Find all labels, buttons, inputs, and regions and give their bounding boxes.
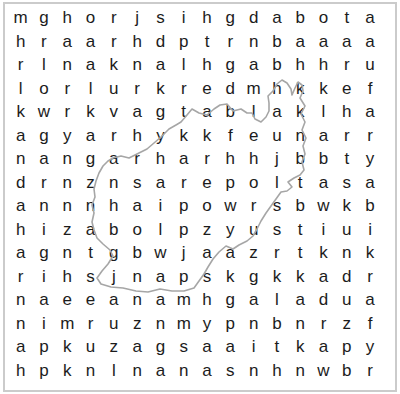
grid-cell[interactable]: g [102, 241, 125, 265]
grid-cell[interactable]: l [149, 218, 172, 242]
grid-cell[interactable]: k [56, 335, 79, 359]
grid-cell[interactable]: a [9, 335, 32, 359]
grid-cell[interactable]: r [358, 265, 381, 289]
grid-cell[interactable]: r [102, 124, 125, 148]
grid-cell[interactable]: d [242, 6, 265, 30]
grid-cell[interactable]: l [102, 359, 125, 383]
grid-cell[interactable]: r [56, 77, 79, 101]
grid-cell[interactable]: r [102, 30, 125, 54]
grid-cell[interactable]: a [289, 288, 312, 312]
grid-cell[interactable]: y [358, 335, 381, 359]
grid-cell[interactable]: p [32, 335, 55, 359]
grid-cell[interactable]: s [265, 194, 288, 218]
grid-cell[interactable]: e [195, 77, 218, 101]
grid-cell[interactable]: r [102, 6, 125, 30]
grid-cell[interactable]: z [79, 171, 102, 195]
grid-cell[interactable]: p [219, 171, 242, 195]
grid-cell[interactable]: b [102, 218, 125, 242]
grid-cell[interactable]: n [289, 312, 312, 336]
grid-cell[interactable]: s [265, 218, 288, 242]
grid-cell[interactable]: n [9, 288, 32, 312]
grid-cell[interactable]: a [125, 100, 148, 124]
grid-cell[interactable]: p [172, 218, 195, 242]
grid-cell[interactable]: e [79, 288, 102, 312]
grid-cell[interactable]: h [195, 288, 218, 312]
grid-cell[interactable]: p [335, 335, 358, 359]
grid-cell[interactable]: a [79, 30, 102, 54]
grid-cell[interactable]: r [32, 30, 55, 54]
grid-cell[interactable]: d [149, 30, 172, 54]
grid-cell[interactable]: a [9, 241, 32, 265]
grid-cell[interactable]: i [242, 335, 265, 359]
grid-cell[interactable]: i [312, 218, 335, 242]
grid-cell[interactable]: e [56, 288, 79, 312]
grid-cell[interactable]: k [289, 100, 312, 124]
grid-cell[interactable]: u [335, 288, 358, 312]
grid-cell[interactable]: a [149, 53, 172, 77]
grid-cell[interactable]: w [32, 100, 55, 124]
grid-cell[interactable]: l [79, 77, 102, 101]
grid-cell[interactable]: h [149, 147, 172, 171]
grid-cell[interactable]: l [265, 171, 288, 195]
grid-cell[interactable]: s [335, 171, 358, 195]
grid-cell[interactable]: a [312, 265, 335, 289]
grid-cell[interactable]: n [125, 265, 148, 289]
grid-cell[interactable]: a [358, 100, 381, 124]
grid-cell[interactable]: n [56, 194, 79, 218]
grid-cell[interactable]: n [125, 359, 148, 383]
grid-cell[interactable]: h [125, 30, 148, 54]
grid-cell[interactable]: k [79, 100, 102, 124]
grid-cell[interactable]: y [56, 124, 79, 148]
grid-cell[interactable]: b [219, 100, 242, 124]
grid-cell[interactable]: a [358, 30, 381, 54]
grid-cell[interactable]: r [265, 241, 288, 265]
grid-cell[interactable]: o [79, 6, 102, 30]
grid-cell[interactable]: j [265, 147, 288, 171]
grid-cell[interactable]: n [56, 241, 79, 265]
grid-cell[interactable]: u [102, 312, 125, 336]
grid-cell[interactable]: r [335, 53, 358, 77]
grid-cell[interactable]: t [335, 6, 358, 30]
grid-cell[interactable]: h [102, 194, 125, 218]
grid-cell[interactable]: u [358, 53, 381, 77]
grid-cell[interactable]: o [32, 77, 55, 101]
grid-cell[interactable]: i [32, 218, 55, 242]
grid-cell[interactable]: w [312, 359, 335, 383]
grid-cell[interactable]: a [195, 241, 218, 265]
grid-cell[interactable]: p [172, 265, 195, 289]
grid-cell[interactable]: h [9, 30, 32, 54]
grid-cell[interactable]: f [358, 312, 381, 336]
grid-cell[interactable]: a [335, 30, 358, 54]
grid-cell[interactable]: b [265, 312, 288, 336]
grid-cell[interactable]: a [195, 100, 218, 124]
grid-cell[interactable]: k [312, 241, 335, 265]
grid-cell[interactable]: s [195, 265, 218, 289]
grid-cell[interactable]: k [172, 124, 195, 148]
grid-cell[interactable]: a [172, 147, 195, 171]
grid-cell[interactable]: f [219, 124, 242, 148]
grid-cell[interactable]: a [32, 288, 55, 312]
grid-cell[interactable]: n [242, 30, 265, 54]
grid-cell[interactable]: t [289, 171, 312, 195]
grid-cell[interactable]: k [102, 53, 125, 77]
grid-cell[interactable]: k [289, 335, 312, 359]
grid-cell[interactable]: i [172, 6, 195, 30]
grid-cell[interactable]: t [79, 241, 102, 265]
grid-cell[interactable]: b [312, 147, 335, 171]
grid-cell[interactable]: g [79, 147, 102, 171]
grid-cell[interactable]: r [358, 359, 381, 383]
grid-cell[interactable]: l [242, 100, 265, 124]
grid-cell[interactable]: h [242, 147, 265, 171]
grid-cell[interactable]: a [312, 335, 335, 359]
grid-cell[interactable]: a [32, 147, 55, 171]
grid-cell[interactable]: n [149, 312, 172, 336]
grid-cell[interactable]: n [125, 288, 148, 312]
grid-cell[interactable]: a [79, 218, 102, 242]
grid-cell[interactable]: r [219, 30, 242, 54]
grid-cell[interactable]: n [9, 312, 32, 336]
grid-cell[interactable]: g [242, 265, 265, 289]
grid-cell[interactable]: l [265, 288, 288, 312]
grid-cell[interactable]: d [219, 77, 242, 101]
grid-cell[interactable]: r [9, 265, 32, 289]
grid-cell[interactable]: h [312, 53, 335, 77]
grid-cell[interactable]: h [56, 6, 79, 30]
grid-cell[interactable]: a [102, 147, 125, 171]
grid-cell[interactable]: k [9, 100, 32, 124]
grid-cell[interactable]: k [289, 265, 312, 289]
grid-cell[interactable]: v [102, 100, 125, 124]
grid-cell[interactable]: h [289, 53, 312, 77]
grid-cell[interactable]: n [56, 147, 79, 171]
grid-cell[interactable]: b [289, 194, 312, 218]
grid-cell[interactable]: r [32, 171, 55, 195]
grid-cell[interactable]: n [79, 359, 102, 383]
grid-cell[interactable]: p [172, 194, 195, 218]
grid-cell[interactable]: e [335, 77, 358, 101]
grid-cell[interactable]: p [219, 312, 242, 336]
grid-cell[interactable]: l [312, 100, 335, 124]
grid-cell[interactable]: a [102, 288, 125, 312]
grid-cell[interactable]: i [358, 218, 381, 242]
grid-cell[interactable]: y [195, 312, 218, 336]
grid-cell[interactable]: h [9, 218, 32, 242]
grid-cell[interactable]: h [9, 359, 32, 383]
grid-cell[interactable]: p [172, 30, 195, 54]
grid-cell[interactable]: a [125, 194, 148, 218]
grid-cell[interactable]: g [149, 100, 172, 124]
grid-cell[interactable]: a [219, 335, 242, 359]
grid-cell[interactable]: t [172, 100, 195, 124]
grid-cell[interactable]: n [79, 194, 102, 218]
grid-cell[interactable]: y [358, 147, 381, 171]
grid-cell[interactable]: h [219, 147, 242, 171]
grid-cell[interactable]: n [9, 147, 32, 171]
grid-cell[interactable]: n [242, 359, 265, 383]
grid-cell[interactable]: z [56, 218, 79, 242]
grid-cell[interactable]: b [289, 6, 312, 30]
grid-cell[interactable]: g [149, 335, 172, 359]
grid-cell[interactable]: a [312, 171, 335, 195]
grid-cell[interactable]: k [358, 241, 381, 265]
grid-cell[interactable]: a [358, 171, 381, 195]
grid-cell[interactable]: f [358, 77, 381, 101]
grid-cell[interactable]: m [242, 77, 265, 101]
grid-cell[interactable]: a [289, 30, 312, 54]
grid-cell[interactable]: a [9, 194, 32, 218]
grid-cell[interactable]: a [9, 124, 32, 148]
grid-cell[interactable]: s [79, 265, 102, 289]
word-search-board: mghorjsihgdabotahraarhdptrnbaaaarlnaknal… [0, 0, 400, 394]
grid-cell[interactable]: k [149, 77, 172, 101]
grid-cell[interactable]: a [149, 359, 172, 383]
grid-cell[interactable]: s [149, 6, 172, 30]
grid-cell[interactable]: n [242, 312, 265, 336]
grid-cell[interactable]: k [56, 359, 79, 383]
grid-cell[interactable]: h [265, 77, 288, 101]
grid-cell[interactable]: n [102, 171, 125, 195]
grid-cell[interactable]: n [56, 171, 79, 195]
grid-cell[interactable]: b [289, 147, 312, 171]
grid-cell[interactable]: z [125, 312, 148, 336]
grid-cell[interactable]: l [9, 77, 32, 101]
grid-cell[interactable]: r [172, 171, 195, 195]
grid-cell[interactable]: g [219, 53, 242, 77]
grid-cell[interactable]: o [242, 171, 265, 195]
letter-grid: mghorjsihgdabotahraarhdptrnbaaaarlnaknal… [9, 6, 382, 382]
grid-cell[interactable]: n [335, 241, 358, 265]
grid-cell[interactable]: u [79, 335, 102, 359]
grid-cell[interactable]: z [102, 335, 125, 359]
grid-cell[interactable]: r [79, 312, 102, 336]
grid-cell[interactable]: b [358, 194, 381, 218]
grid-cell[interactable]: b [125, 241, 148, 265]
grid-cell[interactable]: i [32, 312, 55, 336]
grid-cell[interactable]: a [242, 53, 265, 77]
grid-cell[interactable]: a [358, 288, 381, 312]
grid-cell[interactable]: o [125, 218, 148, 242]
grid-cell[interactable]: a [79, 53, 102, 77]
grid-cell[interactable]: h [265, 359, 288, 383]
grid-cell[interactable]: g [32, 124, 55, 148]
grid-cell[interactable]: r [172, 77, 195, 101]
grid-cell[interactable]: k [195, 124, 218, 148]
grid-cell[interactable]: w [149, 241, 172, 265]
grid-cell[interactable]: w [219, 194, 242, 218]
grid-cell[interactable]: w [312, 194, 335, 218]
grid-cell[interactable]: m [9, 6, 32, 30]
grid-cell[interactable]: z [242, 241, 265, 265]
grid-cell[interactable]: i [149, 194, 172, 218]
grid-cell[interactable]: n [289, 359, 312, 383]
grid-cell[interactable]: d [312, 288, 335, 312]
grid-cell[interactable]: r [9, 53, 32, 77]
grid-cell[interactable]: a [358, 6, 381, 30]
grid-cell[interactable]: u [102, 77, 125, 101]
grid-cell[interactable]: r [358, 124, 381, 148]
grid-cell[interactable]: s [172, 335, 195, 359]
grid-cell[interactable]: r [125, 147, 148, 171]
grid-cell[interactable]: k [219, 265, 242, 289]
grid-cell[interactable]: a [149, 171, 172, 195]
grid-cell[interactable]: l [172, 53, 195, 77]
grid-cell[interactable]: a [56, 30, 79, 54]
grid-cell[interactable]: r [56, 100, 79, 124]
grid-cell[interactable]: j [125, 6, 148, 30]
grid-cell[interactable]: r [125, 77, 148, 101]
grid-cell[interactable]: e [195, 171, 218, 195]
grid-cell[interactable]: t [195, 30, 218, 54]
grid-cell[interactable]: k [265, 265, 288, 289]
grid-cell[interactable]: m [172, 288, 195, 312]
grid-cell[interactable]: a [265, 6, 288, 30]
grid-cell[interactable]: d [9, 171, 32, 195]
grid-cell[interactable]: g [32, 241, 55, 265]
grid-cell[interactable]: b [265, 30, 288, 54]
grid-cell[interactable]: t [289, 218, 312, 242]
grid-cell[interactable]: a [312, 124, 335, 148]
grid-cell[interactable]: h [195, 53, 218, 77]
grid-cell[interactable]: p [32, 359, 55, 383]
grid-cell[interactable]: b [335, 359, 358, 383]
grid-cell[interactable]: z [195, 218, 218, 242]
grid-cell[interactable]: h [195, 6, 218, 30]
grid-cell[interactable]: a [149, 265, 172, 289]
grid-cell[interactable]: h [56, 265, 79, 289]
grid-cell[interactable]: k [335, 194, 358, 218]
grid-cell[interactable]: t [265, 335, 288, 359]
grid-cell[interactable]: n [56, 53, 79, 77]
grid-cell[interactable]: z [335, 312, 358, 336]
grid-cell[interactable]: o [195, 194, 218, 218]
grid-cell[interactable]: m [172, 312, 195, 336]
grid-cell[interactable]: d [335, 265, 358, 289]
grid-cell[interactable]: t [335, 147, 358, 171]
grid-cell[interactable]: g [219, 288, 242, 312]
grid-cell[interactable]: a [312, 30, 335, 54]
grid-cell[interactable]: g [219, 6, 242, 30]
grid-cell[interactable]: t [289, 241, 312, 265]
grid-cell[interactable]: u [265, 124, 288, 148]
grid-cell[interactable]: r [335, 124, 358, 148]
grid-cell[interactable]: n [32, 194, 55, 218]
grid-cell[interactable]: r [195, 147, 218, 171]
grid-cell[interactable]: o [312, 6, 335, 30]
grid-cell[interactable]: h [125, 124, 148, 148]
grid-cell[interactable]: i [32, 265, 55, 289]
grid-cell[interactable]: y [219, 218, 242, 242]
grid-cell[interactable]: s [219, 359, 242, 383]
grid-cell[interactable]: a [265, 100, 288, 124]
grid-cell[interactable]: g [32, 6, 55, 30]
grid-cell[interactable]: a [149, 288, 172, 312]
grid-cell[interactable]: r [312, 312, 335, 336]
grid-cell[interactable]: s [125, 171, 148, 195]
grid-cell[interactable]: u [242, 218, 265, 242]
grid-cell[interactable]: n [125, 53, 148, 77]
grid-cell[interactable]: n [172, 359, 195, 383]
grid-cell[interactable]: a [125, 335, 148, 359]
grid-cell[interactable]: a [79, 124, 102, 148]
grid-cell[interactable]: m [56, 312, 79, 336]
grid-cell[interactable]: j [102, 265, 125, 289]
grid-cell[interactable]: e [242, 124, 265, 148]
grid-cell[interactable]: l [32, 53, 55, 77]
grid-cell[interactable]: a [242, 288, 265, 312]
grid-cell[interactable]: k [289, 77, 312, 101]
grid-cell[interactable]: j [172, 241, 195, 265]
grid-cell[interactable]: a [219, 241, 242, 265]
grid-cell[interactable]: u [335, 218, 358, 242]
grid-cell[interactable]: r [242, 194, 265, 218]
grid-cell[interactable]: y [149, 124, 172, 148]
grid-cell[interactable]: k [312, 77, 335, 101]
grid-cell[interactable]: a [195, 359, 218, 383]
grid-cell[interactable]: b [265, 53, 288, 77]
grid-cell[interactable]: n [289, 124, 312, 148]
grid-cell[interactable]: h [335, 100, 358, 124]
grid-cell[interactable]: a [195, 335, 218, 359]
